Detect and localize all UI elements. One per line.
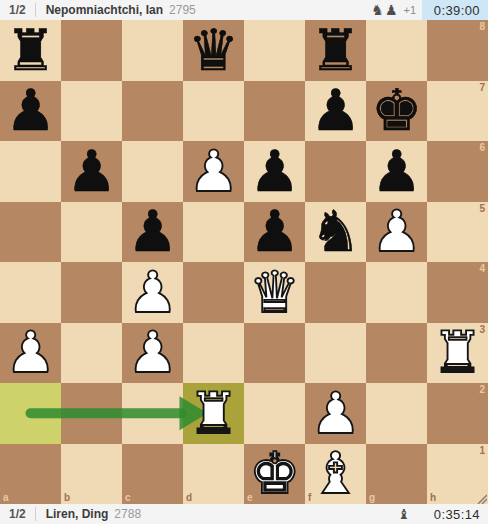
black-pawn-piece: ♟ (371, 143, 422, 200)
white-pawn-piece: ♟ (5, 324, 56, 381)
board-wrap: ♜♛♜8♟♟♚7♟♟♟♟6♟♟♞♟5♟♛4♟♟♜3♜♟2abcd♚e♝fg1h (0, 20, 488, 504)
white-pawn-piece: ♟ (127, 264, 178, 321)
bottom-player-clock: 0:35:14 (422, 504, 488, 524)
captured-knight-icon: ♞ (371, 3, 384, 17)
rank-label-8: 8 (479, 21, 485, 32)
square-g8[interactable] (366, 20, 427, 81)
square-g2[interactable] (366, 383, 427, 444)
black-rook-piece: ♜ (310, 22, 361, 79)
white-pawn-piece: ♟ (310, 385, 361, 442)
square-h6[interactable]: 6 (427, 141, 488, 202)
top-player-score: 1/2 (0, 3, 35, 17)
square-d2[interactable]: ♜ (183, 383, 244, 444)
captured-pawn-icon: ♟ (385, 3, 398, 17)
white-pawn-piece: ♟ (371, 203, 422, 260)
square-b7[interactable] (61, 81, 122, 142)
file-label-g: g (369, 492, 375, 503)
square-e1[interactable]: ♚e (244, 444, 305, 505)
file-label-f: f (308, 492, 311, 503)
square-h4[interactable]: 4 (427, 262, 488, 323)
square-a7[interactable]: ♟ (0, 81, 61, 142)
white-pawn-piece: ♟ (188, 143, 239, 200)
square-e5[interactable]: ♟ (244, 202, 305, 263)
square-h3[interactable]: ♜3 (427, 323, 488, 384)
square-e4[interactable]: ♛ (244, 262, 305, 323)
square-e6[interactable]: ♟ (244, 141, 305, 202)
bottom-player-bar: 1/2 Liren, Ding 2788 ♝ 0:35:14 (0, 504, 488, 524)
square-d6[interactable]: ♟ (183, 141, 244, 202)
square-a5[interactable] (0, 202, 61, 263)
white-queen-piece: ♛ (249, 264, 300, 321)
square-h5[interactable]: 5 (427, 202, 488, 263)
square-f8[interactable]: ♜ (305, 20, 366, 81)
rank-label-4: 4 (479, 263, 485, 274)
black-pawn-piece: ♟ (249, 143, 300, 200)
white-rook-piece: ♜ (188, 385, 239, 442)
black-rook-piece: ♜ (5, 22, 56, 79)
square-c4[interactable]: ♟ (122, 262, 183, 323)
square-b8[interactable] (61, 20, 122, 81)
white-pawn-piece: ♟ (127, 324, 178, 381)
square-b6[interactable]: ♟ (61, 141, 122, 202)
square-f3[interactable] (305, 323, 366, 384)
black-pawn-piece: ♟ (249, 203, 300, 260)
top-player-clock: 0:39:00 (422, 0, 488, 20)
square-g4[interactable] (366, 262, 427, 323)
rank-label-6: 6 (479, 142, 485, 153)
square-c1[interactable]: c (122, 444, 183, 505)
file-label-h: h (430, 492, 436, 503)
rank-label-1: 1 (479, 445, 485, 456)
square-c8[interactable] (122, 20, 183, 81)
square-e7[interactable] (244, 81, 305, 142)
square-c2[interactable] (122, 383, 183, 444)
white-bishop-piece: ♝ (310, 445, 361, 502)
top-player-name: Nepomniachtchi, Ian (46, 3, 163, 17)
white-king-piece: ♚ (249, 445, 300, 502)
bottom-captured-material: ♝ (397, 507, 410, 521)
square-a8[interactable]: ♜ (0, 20, 61, 81)
square-g5[interactable]: ♟ (366, 202, 427, 263)
square-b3[interactable] (61, 323, 122, 384)
chess-app: 1/2 Nepomniachtchi, Ian 2795 ♞♟ +1 0:39:… (0, 0, 488, 524)
square-f5[interactable]: ♞ (305, 202, 366, 263)
top-player-rating: 2795 (169, 3, 196, 17)
rank-label-3: 3 (479, 324, 485, 335)
square-h7[interactable]: 7 (427, 81, 488, 142)
square-f7[interactable]: ♟ (305, 81, 366, 142)
square-f1[interactable]: ♝f (305, 444, 366, 505)
square-b5[interactable] (61, 202, 122, 263)
square-b2[interactable] (61, 383, 122, 444)
square-b1[interactable]: b (61, 444, 122, 505)
rank-label-7: 7 (479, 82, 485, 93)
board-resize-handle[interactable] (475, 492, 487, 504)
square-f2[interactable]: ♟ (305, 383, 366, 444)
divider (35, 3, 36, 17)
top-material-advantage: +1 (403, 4, 416, 16)
square-d7[interactable] (183, 81, 244, 142)
square-d1[interactable]: d (183, 444, 244, 505)
rank-label-2: 2 (479, 384, 485, 395)
square-h2[interactable]: 2 (427, 383, 488, 444)
black-pawn-piece: ♟ (127, 203, 178, 260)
divider (35, 507, 36, 521)
black-pawn-piece: ♟ (5, 82, 56, 139)
square-b4[interactable] (61, 262, 122, 323)
top-captured-material: ♞♟ (371, 3, 397, 17)
square-a2[interactable] (0, 383, 61, 444)
square-g6[interactable]: ♟ (366, 141, 427, 202)
bottom-player-score: 1/2 (0, 507, 35, 521)
square-c5[interactable]: ♟ (122, 202, 183, 263)
square-g3[interactable] (366, 323, 427, 384)
black-knight-piece: ♞ (310, 203, 361, 260)
black-queen-piece: ♛ (188, 22, 239, 79)
square-e8[interactable] (244, 20, 305, 81)
square-h8[interactable]: 8 (427, 20, 488, 81)
file-label-b: b (64, 492, 70, 503)
square-g1[interactable]: g (366, 444, 427, 505)
square-g7[interactable]: ♚ (366, 81, 427, 142)
square-a4[interactable] (0, 262, 61, 323)
black-king-piece: ♚ (371, 82, 422, 139)
white-rook-piece: ♜ (432, 324, 483, 381)
file-label-e: e (247, 492, 253, 503)
square-a6[interactable] (0, 141, 61, 202)
square-d4[interactable] (183, 262, 244, 323)
file-label-a: a (3, 492, 9, 503)
file-label-d: d (186, 492, 192, 503)
file-label-c: c (125, 492, 131, 503)
rank-label-5: 5 (479, 203, 485, 214)
square-c6[interactable] (122, 141, 183, 202)
square-e3[interactable] (244, 323, 305, 384)
square-e2[interactable] (244, 383, 305, 444)
square-d5[interactable] (183, 202, 244, 263)
bottom-player-name: Liren, Ding (46, 507, 109, 521)
top-player-bar: 1/2 Nepomniachtchi, Ian 2795 ♞♟ +1 0:39:… (0, 0, 488, 20)
board: ♜♛♜8♟♟♚7♟♟♟♟6♟♟♞♟5♟♛4♟♟♜3♜♟2abcd♚e♝fg1h (0, 20, 488, 504)
black-pawn-piece: ♟ (66, 143, 117, 200)
bottom-player-rating: 2788 (114, 507, 141, 521)
square-a3[interactable]: ♟ (0, 323, 61, 384)
square-c7[interactable] (122, 81, 183, 142)
square-f6[interactable] (305, 141, 366, 202)
square-a1[interactable]: a (0, 444, 61, 505)
square-d3[interactable] (183, 323, 244, 384)
square-c3[interactable]: ♟ (122, 323, 183, 384)
square-f4[interactable] (305, 262, 366, 323)
black-pawn-piece: ♟ (310, 82, 361, 139)
captured-bishop-icon: ♝ (397, 507, 410, 521)
square-d8[interactable]: ♛ (183, 20, 244, 81)
